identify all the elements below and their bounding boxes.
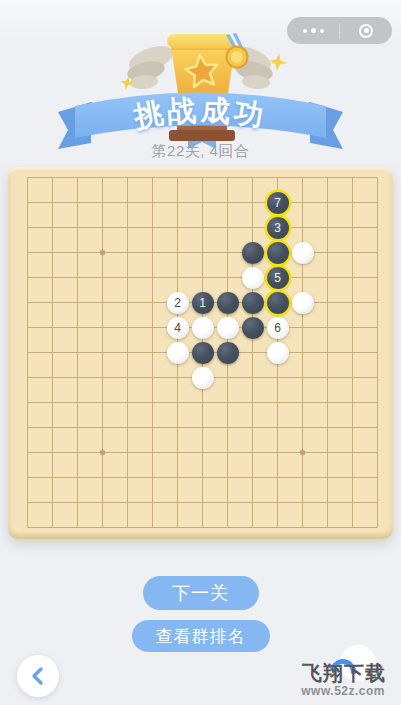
site-watermark: 飞翔下载 www.52z.com (266, 645, 386, 701)
stone-black (192, 342, 214, 364)
group-ranking-button[interactable]: 查看群排名 (132, 620, 270, 652)
app-screen: 挑战成功 第22关, 4回合 7352146 下一关 查看群排名 飞翔下载 ww… (0, 0, 401, 705)
stone-black (267, 292, 289, 314)
stone-white (192, 367, 214, 389)
stone-white-4: 4 (167, 317, 189, 339)
stone-white-6: 6 (267, 317, 289, 339)
stone-white (217, 317, 239, 339)
stone-black-5: 5 (267, 267, 289, 289)
stone-black (242, 242, 264, 264)
next-level-button[interactable]: 下一关 (143, 576, 259, 610)
back-button[interactable] (17, 655, 59, 697)
watermark-title: 飞翔下载 (302, 660, 386, 687)
watermark-url: www.52z.com (301, 684, 385, 698)
stone-black (242, 292, 264, 314)
banner-text: 挑战成功 (55, 90, 346, 130)
stone-black-3: 3 (267, 217, 289, 239)
stone-white (242, 267, 264, 289)
stone-black (267, 242, 289, 264)
stone-white (192, 317, 214, 339)
stone-white (292, 292, 314, 314)
stone-black (217, 292, 239, 314)
stone-white (167, 342, 189, 364)
stone-white (267, 342, 289, 364)
stone-black-1: 1 (192, 292, 214, 314)
stone-white-2: 2 (167, 292, 189, 314)
record-circle-icon (359, 24, 373, 38)
more-dots-icon (320, 29, 324, 33)
stone-black-7: 7 (267, 192, 289, 214)
exit-minimize-button[interactable] (340, 17, 392, 44)
level-round-info: 第22关, 4回合 (0, 142, 401, 161)
stone-black (217, 342, 239, 364)
gomoku-board[interactable]: 7352146 (8, 167, 393, 539)
stone-black (242, 317, 264, 339)
chevron-left-icon (30, 665, 46, 687)
stone-white (292, 242, 314, 264)
